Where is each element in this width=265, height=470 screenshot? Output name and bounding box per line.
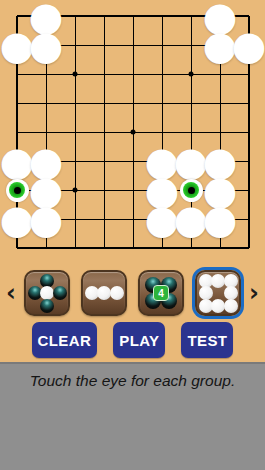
board-point[interactable] <box>61 234 90 263</box>
board-point[interactable] <box>235 205 264 234</box>
board-intersections: ●●●●●●●●●●●●●●●●●●● <box>3 2 264 263</box>
board-point[interactable] <box>235 60 264 89</box>
board-point[interactable] <box>177 2 206 31</box>
white-mini-stone <box>211 299 225 313</box>
board-point[interactable]: ● <box>235 31 264 60</box>
board-point[interactable]: ● <box>3 31 32 60</box>
board-point[interactable] <box>235 147 264 176</box>
white-mini-stone <box>224 299 238 313</box>
board-point[interactable] <box>119 89 148 118</box>
board-point[interactable] <box>3 234 32 263</box>
board-point[interactable] <box>32 60 61 89</box>
board-point[interactable] <box>177 60 206 89</box>
board-point[interactable] <box>119 147 148 176</box>
pattern-thumbnails: 4 <box>18 270 247 316</box>
board-point[interactable] <box>235 118 264 147</box>
board-point[interactable] <box>119 234 148 263</box>
board-point[interactable] <box>148 31 177 60</box>
board-point[interactable] <box>177 89 206 118</box>
board-point[interactable] <box>148 89 177 118</box>
clear-button[interactable]: CLEAR <box>32 322 98 358</box>
prev-patterns-arrow-icon[interactable]: ‹ <box>4 281 18 305</box>
board-point[interactable] <box>119 205 148 234</box>
board-point[interactable] <box>61 60 90 89</box>
board-point[interactable] <box>119 176 148 205</box>
board-point[interactable]: ● <box>3 205 32 234</box>
black-mini-stone <box>40 299 54 313</box>
board-point[interactable]: ● <box>32 205 61 234</box>
board-point[interactable] <box>90 205 119 234</box>
white-mini-stone <box>224 286 238 300</box>
eye-marker-dot <box>14 187 21 194</box>
pattern-selector: ‹ 4 › <box>0 267 265 319</box>
board-point[interactable] <box>119 118 148 147</box>
board-point[interactable] <box>32 89 61 118</box>
board-point[interactable] <box>206 60 235 89</box>
board-point[interactable] <box>148 60 177 89</box>
group-pattern-thumbnail-3[interactable]: 4 <box>138 270 184 316</box>
board-point[interactable] <box>61 89 90 118</box>
board-point[interactable] <box>90 147 119 176</box>
button-bar: CLEAR PLAY TEST <box>0 322 265 358</box>
board-point[interactable]: ● <box>177 205 206 234</box>
play-button[interactable]: PLAY <box>113 322 165 358</box>
board-point[interactable] <box>61 31 90 60</box>
board-point[interactable] <box>90 234 119 263</box>
board-point[interactable] <box>119 31 148 60</box>
board-point[interactable]: ● <box>177 147 206 176</box>
eye-marker-dot <box>188 187 195 194</box>
board-point[interactable] <box>61 118 90 147</box>
group-pattern-thumbnail-4[interactable] <box>195 270 241 316</box>
board-point[interactable] <box>90 60 119 89</box>
board-point[interactable]: ● <box>148 205 177 234</box>
white-mini-stone <box>110 286 124 300</box>
board-point[interactable] <box>148 2 177 31</box>
board-point[interactable] <box>3 60 32 89</box>
go-board: ●●●●●●●●●●●●●●●●●●● <box>0 0 265 262</box>
board-point[interactable] <box>235 89 264 118</box>
black-mini-stone <box>53 286 67 300</box>
instruction-text: Touch the eye for each group. <box>0 364 265 390</box>
board-point[interactable] <box>206 89 235 118</box>
count-badge: 4 <box>153 285 169 301</box>
test-button[interactable]: TEST <box>181 322 233 358</box>
board-point[interactable] <box>206 234 235 263</box>
board-point[interactable] <box>3 89 32 118</box>
board-point[interactable] <box>90 2 119 31</box>
board-point[interactable] <box>90 89 119 118</box>
board-point[interactable] <box>61 205 90 234</box>
board-point[interactable] <box>235 176 264 205</box>
board-point[interactable] <box>61 2 90 31</box>
board-point[interactable] <box>177 234 206 263</box>
board-point[interactable] <box>119 60 148 89</box>
board-point[interactable] <box>90 176 119 205</box>
instruction-panel: Touch the eye for each group. <box>0 362 265 470</box>
board-point[interactable] <box>119 2 148 31</box>
board-point[interactable] <box>90 31 119 60</box>
board-point[interactable] <box>61 176 90 205</box>
app-screen: ●●●●●●●●●●●●●●●●●●● ‹ 4 › CLEAR PLAY TES… <box>0 0 265 470</box>
board-point[interactable] <box>148 234 177 263</box>
board-point[interactable] <box>32 234 61 263</box>
board-point[interactable] <box>90 118 119 147</box>
group-pattern-thumbnail-2[interactable] <box>81 270 127 316</box>
board-point[interactable] <box>235 234 264 263</box>
white-mini-stone <box>40 286 54 300</box>
board-point[interactable] <box>177 31 206 60</box>
group-pattern-thumbnail-1[interactable] <box>24 270 70 316</box>
board-point[interactable]: ● <box>3 147 32 176</box>
white-mini-stone <box>211 274 225 288</box>
board-point[interactable] <box>61 147 90 176</box>
board-point[interactable]: ● <box>206 205 235 234</box>
white-mini-stone <box>97 286 111 300</box>
next-patterns-arrow-icon[interactable]: › <box>247 281 261 305</box>
board-point[interactable]: ● <box>206 31 235 60</box>
board-point[interactable]: ● <box>32 31 61 60</box>
white-mini-stone <box>199 286 213 300</box>
